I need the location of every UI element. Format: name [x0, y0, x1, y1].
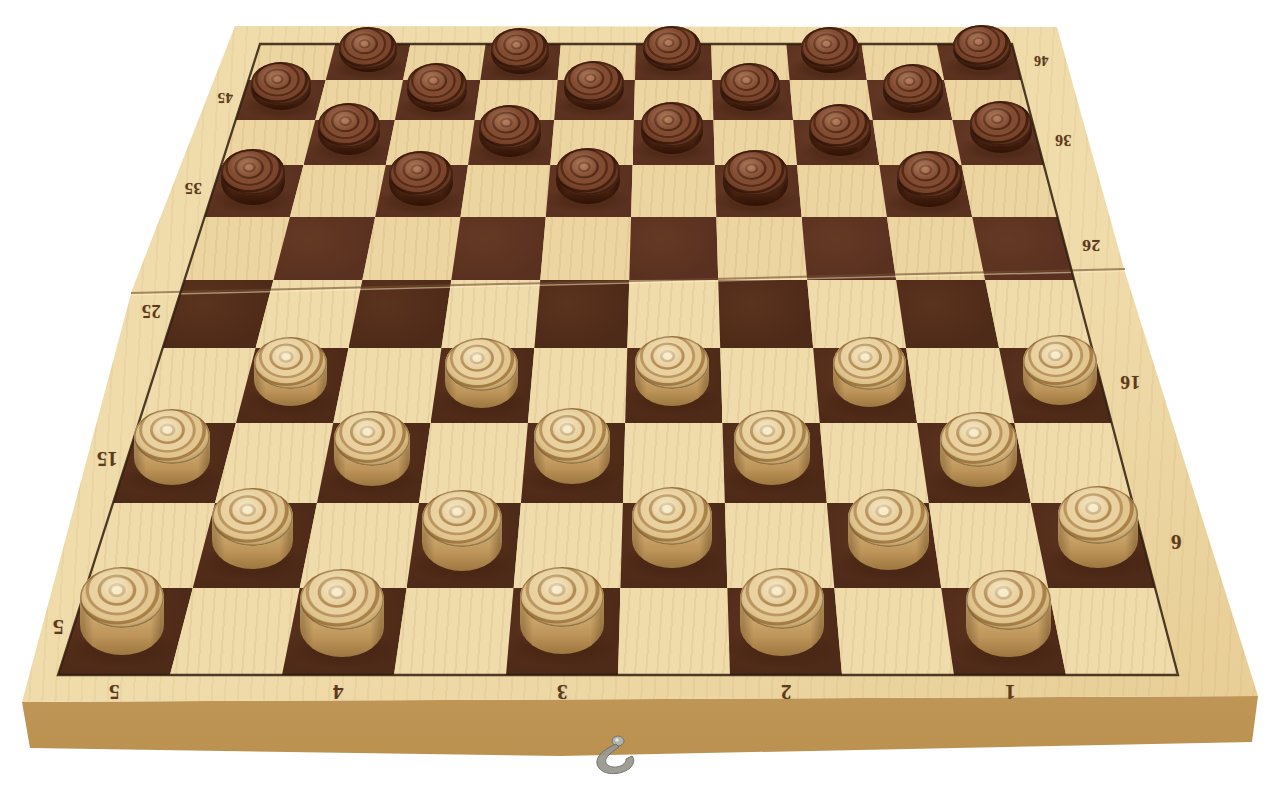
light-checker-r9c10[interactable]	[1058, 486, 1138, 567]
piece-top-face	[491, 28, 549, 70]
square-r5c9[interactable]	[887, 217, 985, 280]
edge-label-right-46: 46	[1034, 53, 1049, 67]
light-checker-r10c5[interactable]	[520, 567, 604, 655]
piece-top-face	[940, 412, 1017, 467]
dark-checker-r4c9[interactable]	[897, 151, 961, 207]
light-checker-r9c4[interactable]	[422, 490, 502, 571]
edge-label-bottom-3: 3	[557, 681, 568, 702]
edge-label-left-25: 25	[141, 301, 160, 319]
square-r10c4[interactable]	[394, 588, 514, 675]
light-checker-r7c2[interactable]	[254, 337, 327, 407]
dark-checker-r3c6[interactable]	[641, 102, 703, 154]
piece-top-face	[641, 102, 703, 147]
piece-top-face	[334, 411, 411, 466]
piece-top-face	[254, 337, 327, 390]
dark-checker-r2c1[interactable]	[251, 62, 311, 111]
square-r10c10[interactable]	[1048, 588, 1178, 675]
edge-label-left-45: 45	[217, 91, 233, 106]
light-checker-r8c7[interactable]	[734, 410, 811, 485]
piece-top-face	[635, 336, 708, 389]
square-r4c6[interactable]	[631, 165, 716, 217]
piece-top-face	[723, 150, 787, 196]
light-checker-r8c3[interactable]	[334, 411, 411, 486]
square-r6c7[interactable]	[718, 280, 813, 348]
edge-label-bottom-5: 5	[109, 681, 120, 702]
light-checker-r7c8[interactable]	[833, 337, 906, 407]
dark-checker-r2c9[interactable]	[883, 64, 943, 113]
piece-top-face	[809, 104, 871, 149]
light-checker-r9c2[interactable]	[212, 488, 292, 569]
piece-top-face	[966, 570, 1050, 631]
square-r5c3[interactable]	[362, 217, 460, 280]
piece-top-face	[520, 567, 604, 628]
piece-top-face	[318, 103, 380, 148]
edge-label-right-36: 36	[1055, 132, 1072, 148]
light-checker-r9c6[interactable]	[632, 487, 712, 568]
dark-checker-r1c4[interactable]	[491, 28, 549, 74]
square-r10c8[interactable]	[834, 588, 954, 675]
light-checker-r10c1[interactable]	[80, 567, 164, 655]
square-r6c3[interactable]	[349, 280, 452, 348]
edge-label-right-6: 6	[1171, 531, 1182, 552]
dark-checker-r1c2[interactable]	[339, 27, 397, 73]
piece-top-face	[740, 568, 824, 629]
light-checker-r8c9[interactable]	[940, 412, 1017, 487]
edge-label-left-5: 5	[52, 616, 64, 638]
light-checker-r8c1[interactable]	[134, 409, 211, 484]
piece-top-face	[833, 337, 906, 390]
dark-checker-r2c7[interactable]	[720, 63, 780, 112]
piece-top-face	[564, 61, 624, 104]
square-r5c10[interactable]	[972, 217, 1074, 280]
square-r6c5[interactable]	[534, 280, 629, 348]
square-r5c4[interactable]	[451, 217, 545, 280]
square-r6c9[interactable]	[896, 280, 999, 348]
square-r4c4[interactable]	[460, 165, 550, 217]
square-r10c6[interactable]	[618, 588, 730, 675]
square-r4c10[interactable]	[962, 165, 1058, 217]
dark-checker-r2c5[interactable]	[564, 61, 624, 110]
piece-top-face	[897, 151, 961, 197]
light-checker-r8c5[interactable]	[534, 408, 611, 483]
piece-top-face	[80, 567, 164, 628]
dark-checker-r4c7[interactable]	[723, 150, 787, 206]
piece-top-face	[1023, 335, 1096, 388]
dark-checker-r1c10[interactable]	[953, 25, 1011, 71]
light-checker-r10c7[interactable]	[740, 568, 824, 656]
edge-label-left-35: 35	[184, 180, 202, 197]
piece-top-face	[556, 148, 620, 194]
dark-checker-r3c10[interactable]	[970, 101, 1032, 153]
square-r4c8[interactable]	[797, 165, 887, 217]
checkers-board-photo: 45352515546362616654321	[0, 0, 1280, 786]
piece-top-face	[848, 489, 928, 547]
edge-label-right-26: 26	[1082, 237, 1101, 255]
square-r4c2[interactable]	[290, 165, 386, 217]
dark-checker-r3c2[interactable]	[318, 103, 380, 155]
light-checker-r7c10[interactable]	[1023, 335, 1096, 405]
light-checker-r7c4[interactable]	[445, 338, 518, 408]
piece-top-face	[953, 25, 1011, 67]
piece-top-face	[445, 338, 518, 391]
piece-top-face	[212, 488, 292, 546]
dark-checker-r3c8[interactable]	[809, 104, 871, 156]
edge-label-bottom-4: 4	[333, 681, 344, 702]
piece-top-face	[643, 26, 701, 68]
edge-label-bottom-1: 1	[1005, 681, 1016, 702]
piece-top-face	[389, 151, 453, 197]
dark-checker-r1c6[interactable]	[643, 26, 701, 72]
dark-checker-r4c1[interactable]	[221, 149, 285, 205]
edge-label-right-16: 16	[1120, 372, 1140, 391]
light-checker-r10c3[interactable]	[300, 569, 384, 657]
piece-top-face	[300, 569, 384, 630]
square-r5c5[interactable]	[540, 217, 631, 280]
square-r5c6[interactable]	[629, 217, 718, 280]
square-r5c2[interactable]	[273, 217, 375, 280]
dark-checker-r1c8[interactable]	[801, 27, 859, 73]
dark-checker-r3c4[interactable]	[479, 105, 541, 157]
light-checker-r9c8[interactable]	[848, 489, 928, 570]
light-checker-r7c6[interactable]	[635, 336, 708, 406]
dark-checker-r4c3[interactable]	[389, 151, 453, 207]
square-r5c7[interactable]	[716, 217, 807, 280]
square-r5c8[interactable]	[802, 217, 897, 280]
square-r10c2[interactable]	[170, 588, 300, 675]
piece-top-face	[251, 62, 311, 105]
edge-label-left-15: 15	[96, 449, 117, 469]
dark-checker-r2c3[interactable]	[407, 63, 467, 112]
piece-top-face	[339, 27, 397, 69]
piece-top-face	[534, 408, 611, 463]
dark-checker-r4c5[interactable]	[556, 148, 620, 204]
light-checker-r10c9[interactable]	[966, 570, 1050, 658]
piece-top-face	[407, 63, 467, 106]
piece-top-face	[720, 63, 780, 106]
piece-top-face	[883, 64, 943, 107]
edge-label-bottom-2: 2	[781, 681, 792, 702]
piece-top-face	[632, 487, 712, 545]
